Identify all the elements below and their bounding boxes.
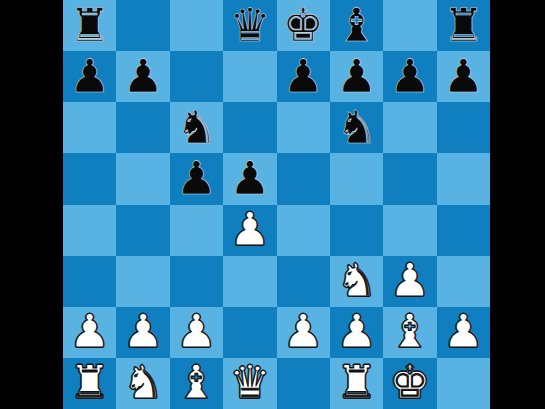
square-a6[interactable] bbox=[63, 102, 116, 153]
square-b7[interactable]: ♟ bbox=[116, 51, 169, 102]
piece-white-pawn: ♟ bbox=[122, 308, 163, 354]
piece-black-knight: ♞ bbox=[176, 104, 217, 150]
piece-white-bishop: ♝ bbox=[176, 359, 217, 405]
square-h4[interactable] bbox=[437, 205, 490, 256]
square-d6[interactable] bbox=[223, 102, 276, 153]
piece-black-pawn: ♟ bbox=[389, 53, 430, 99]
square-b1[interactable]: ♞ bbox=[116, 358, 169, 409]
square-h7[interactable]: ♟ bbox=[437, 51, 490, 102]
square-f5[interactable] bbox=[330, 153, 383, 204]
square-b3[interactable] bbox=[116, 256, 169, 307]
square-d1[interactable]: ♛ bbox=[223, 358, 276, 409]
square-b6[interactable] bbox=[116, 102, 169, 153]
square-b5[interactable] bbox=[116, 153, 169, 204]
square-g6[interactable] bbox=[383, 102, 436, 153]
square-f6[interactable]: ♞ bbox=[330, 102, 383, 153]
piece-black-queen: ♛ bbox=[229, 2, 270, 48]
square-d7[interactable] bbox=[223, 51, 276, 102]
square-e4[interactable] bbox=[277, 205, 330, 256]
square-e6[interactable] bbox=[277, 102, 330, 153]
square-a1[interactable]: ♜ bbox=[63, 358, 116, 409]
square-g4[interactable] bbox=[383, 205, 436, 256]
piece-white-rook: ♜ bbox=[69, 359, 110, 405]
piece-white-pawn: ♟ bbox=[229, 206, 270, 252]
square-a4[interactable] bbox=[63, 205, 116, 256]
piece-black-pawn: ♟ bbox=[229, 155, 270, 201]
piece-black-pawn: ♟ bbox=[443, 53, 484, 99]
piece-black-bishop: ♝ bbox=[336, 2, 377, 48]
square-h3[interactable] bbox=[437, 256, 490, 307]
piece-black-pawn: ♟ bbox=[122, 53, 163, 99]
square-f4[interactable] bbox=[330, 205, 383, 256]
square-a7[interactable]: ♟ bbox=[63, 51, 116, 102]
square-c2[interactable]: ♟ bbox=[170, 307, 223, 358]
piece-white-pawn: ♟ bbox=[69, 308, 110, 354]
square-g1[interactable]: ♚ bbox=[383, 358, 436, 409]
square-e1[interactable] bbox=[277, 358, 330, 409]
piece-black-pawn: ♟ bbox=[336, 53, 377, 99]
square-e7[interactable]: ♟ bbox=[277, 51, 330, 102]
piece-white-pawn: ♟ bbox=[389, 257, 430, 303]
piece-white-king: ♚ bbox=[389, 359, 430, 405]
square-g3[interactable]: ♟ bbox=[383, 256, 436, 307]
square-g8[interactable] bbox=[383, 0, 436, 51]
piece-black-pawn: ♟ bbox=[69, 53, 110, 99]
piece-black-pawn: ♟ bbox=[176, 155, 217, 201]
square-c5[interactable]: ♟ bbox=[170, 153, 223, 204]
square-e8[interactable]: ♚ bbox=[277, 0, 330, 51]
square-h2[interactable]: ♟ bbox=[437, 307, 490, 358]
square-b8[interactable] bbox=[116, 0, 169, 51]
piece-white-pawn: ♟ bbox=[283, 308, 324, 354]
square-g7[interactable]: ♟ bbox=[383, 51, 436, 102]
square-c6[interactable]: ♞ bbox=[170, 102, 223, 153]
square-a8[interactable]: ♜ bbox=[63, 0, 116, 51]
square-f7[interactable]: ♟ bbox=[330, 51, 383, 102]
square-d3[interactable] bbox=[223, 256, 276, 307]
square-c4[interactable] bbox=[170, 205, 223, 256]
square-d8[interactable]: ♛ bbox=[223, 0, 276, 51]
square-f8[interactable]: ♝ bbox=[330, 0, 383, 51]
square-h5[interactable] bbox=[437, 153, 490, 204]
square-a2[interactable]: ♟ bbox=[63, 307, 116, 358]
piece-white-knight: ♞ bbox=[336, 257, 377, 303]
square-c7[interactable] bbox=[170, 51, 223, 102]
piece-white-pawn: ♟ bbox=[336, 308, 377, 354]
piece-white-pawn: ♟ bbox=[443, 308, 484, 354]
square-h8[interactable]: ♜ bbox=[437, 0, 490, 51]
video-frame: ♜♛♚♝♜♟♟♟♟♟♟♞♞♟♟♟♞♟♟♟♟♟♟♝♟♜♞♝♛♜♚ bbox=[0, 0, 545, 409]
square-f1[interactable]: ♜ bbox=[330, 358, 383, 409]
square-b2[interactable]: ♟ bbox=[116, 307, 169, 358]
square-a5[interactable] bbox=[63, 153, 116, 204]
piece-white-pawn: ♟ bbox=[176, 308, 217, 354]
square-e2[interactable]: ♟ bbox=[277, 307, 330, 358]
piece-white-bishop: ♝ bbox=[389, 308, 430, 354]
square-h6[interactable] bbox=[437, 102, 490, 153]
square-e3[interactable] bbox=[277, 256, 330, 307]
square-f2[interactable]: ♟ bbox=[330, 307, 383, 358]
square-b4[interactable] bbox=[116, 205, 169, 256]
square-f3[interactable]: ♞ bbox=[330, 256, 383, 307]
square-g5[interactable] bbox=[383, 153, 436, 204]
piece-white-rook: ♜ bbox=[336, 359, 377, 405]
piece-black-king: ♚ bbox=[283, 2, 324, 48]
square-e5[interactable] bbox=[277, 153, 330, 204]
piece-black-pawn: ♟ bbox=[283, 53, 324, 99]
square-d2[interactable] bbox=[223, 307, 276, 358]
piece-white-queen: ♛ bbox=[229, 359, 270, 405]
square-a3[interactable] bbox=[63, 256, 116, 307]
square-d4[interactable]: ♟ bbox=[223, 205, 276, 256]
piece-black-rook: ♜ bbox=[69, 2, 110, 48]
square-g2[interactable]: ♝ bbox=[383, 307, 436, 358]
square-c1[interactable]: ♝ bbox=[170, 358, 223, 409]
square-d5[interactable]: ♟ bbox=[223, 153, 276, 204]
square-h1[interactable] bbox=[437, 358, 490, 409]
piece-black-knight: ♞ bbox=[336, 104, 377, 150]
square-c3[interactable] bbox=[170, 256, 223, 307]
piece-black-rook: ♜ bbox=[443, 2, 484, 48]
square-c8[interactable] bbox=[170, 0, 223, 51]
piece-white-knight: ♞ bbox=[122, 359, 163, 405]
chess-board: ♜♛♚♝♜♟♟♟♟♟♟♞♞♟♟♟♞♟♟♟♟♟♟♝♟♜♞♝♛♜♚ bbox=[63, 0, 490, 409]
